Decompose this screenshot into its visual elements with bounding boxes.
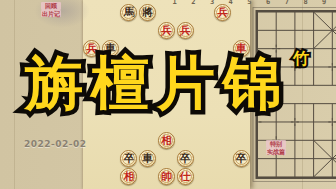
piece-black-r8c3[interactable]: 車 (139, 150, 156, 167)
piece-black-r2c1[interactable]: 車 (102, 40, 119, 57)
column-label-8: 8 (303, 0, 307, 6)
column-label-9: 9 (322, 0, 326, 6)
title-superscript: 竹 (293, 50, 309, 67)
piece-glyph: 馬 (121, 5, 136, 20)
piece-glyph: 相 (159, 133, 174, 148)
watermark-line: 特别 (266, 140, 286, 148)
piece-glyph: 帥 (159, 169, 174, 184)
column-label-5: 5 (247, 0, 251, 6)
piece-glyph: 車 (234, 41, 249, 56)
video-frame: 123456789 馬將兵兵兵兵車車相卒車卒卒相帥仕 回顾 出片记 特别 实战篇… (0, 0, 336, 189)
piece-red-r1c4[interactable]: 兵 (158, 22, 175, 39)
wall-panel-line (302, 0, 303, 189)
piece-glyph: 相 (121, 169, 136, 184)
piece-black-r0c2[interactable]: 馬 (120, 4, 137, 21)
piece-black-r8c2[interactable]: 卒 (120, 150, 137, 167)
watermark-line: 回顾 (41, 2, 61, 10)
watermark-line: 出片记 (41, 10, 61, 18)
piece-glyph: 仕 (178, 169, 193, 184)
piece-red-r2c8[interactable]: 車 (233, 40, 250, 57)
xiangqi-board: 123456789 馬將兵兵兵兵車車相卒車卒卒相帥仕 (83, 0, 250, 189)
piece-glyph: 將 (140, 5, 155, 20)
piece-red-r9c5[interactable]: 仕 (177, 168, 194, 185)
wall-panel-line (14, 0, 15, 189)
piece-black-r0c3[interactable]: 將 (139, 4, 156, 21)
column-label-7: 7 (285, 0, 289, 6)
watermark-top-left: 回顾 出片记 (41, 2, 61, 17)
piece-red-r9c4[interactable]: 帥 (158, 168, 175, 185)
piece-glyph: 卒 (178, 151, 193, 166)
piece-black-r8c5[interactable]: 卒 (177, 150, 194, 167)
piece-red-r0c7[interactable]: 兵 (214, 4, 231, 21)
column-label-6: 6 (266, 0, 270, 6)
piece-glyph: 兵 (84, 41, 99, 56)
watermark-right: 特别 实战篇 (266, 140, 286, 155)
piece-black-r8c8[interactable]: 卒 (233, 150, 250, 167)
piece-glyph: 兵 (215, 5, 230, 20)
piece-glyph: 車 (103, 41, 118, 56)
piece-glyph: 卒 (121, 151, 136, 166)
piece-glyph: 卒 (234, 151, 249, 166)
piece-glyph: 車 (140, 151, 155, 166)
piece-glyph: 兵 (178, 23, 193, 38)
title-superscript-outline: 竹 (293, 50, 309, 67)
date-label: 2022-02-02 (24, 139, 87, 150)
piece-red-r7c4[interactable]: 相 (158, 132, 175, 149)
piece-red-r9c2[interactable]: 相 (120, 168, 137, 185)
piece-red-r1c5[interactable]: 兵 (177, 22, 194, 39)
column-label-3: 3 (210, 0, 214, 6)
column-label-1: 1 (173, 0, 177, 6)
column-label-2: 2 (191, 0, 195, 6)
piece-glyph: 兵 (159, 23, 174, 38)
watermark-line: 实战篇 (266, 148, 286, 156)
piece-red-r2c0[interactable]: 兵 (83, 40, 100, 57)
